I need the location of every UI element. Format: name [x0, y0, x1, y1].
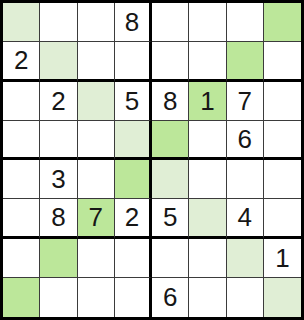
- cell-r7c1[interactable]: [3, 239, 40, 278]
- cell-r7c3[interactable]: [78, 239, 115, 278]
- cell-r4c1[interactable]: [3, 121, 40, 160]
- cell-r5c2[interactable]: 3: [40, 160, 77, 199]
- cell-r3c4[interactable]: 5: [115, 82, 152, 121]
- cell-r8c6[interactable]: [189, 278, 226, 317]
- cell-r4c2[interactable]: [40, 121, 77, 160]
- cell-r3c6[interactable]: 1: [189, 82, 226, 121]
- cell-r1c4[interactable]: 8: [115, 3, 152, 42]
- cell-r1c2[interactable]: [40, 3, 77, 42]
- cell-r3c7[interactable]: 7: [227, 82, 264, 121]
- cell-r6c6[interactable]: [189, 199, 226, 238]
- cell-r3c2[interactable]: 2: [40, 82, 77, 121]
- cell-r3c1[interactable]: [3, 82, 40, 121]
- cell-r6c8[interactable]: [264, 199, 301, 238]
- cell-r8c7[interactable]: [227, 278, 264, 317]
- cell-r1c5[interactable]: [152, 3, 189, 42]
- cell-r7c7[interactable]: [227, 239, 264, 278]
- cell-r2c1[interactable]: 2: [3, 42, 40, 81]
- cell-r2c4[interactable]: [115, 42, 152, 81]
- cell-r8c3[interactable]: [78, 278, 115, 317]
- cell-r8c5[interactable]: 6: [152, 278, 189, 317]
- cell-r5c7[interactable]: [227, 160, 264, 199]
- cell-r1c8[interactable]: [264, 3, 301, 42]
- cell-r5c1[interactable]: [3, 160, 40, 199]
- cell-r5c4[interactable]: [115, 160, 152, 199]
- cell-r4c6[interactable]: [189, 121, 226, 160]
- cell-r4c4[interactable]: [115, 121, 152, 160]
- cell-r8c2[interactable]: [40, 278, 77, 317]
- cell-r6c7[interactable]: 4: [227, 199, 264, 238]
- cell-r4c5[interactable]: [152, 121, 189, 160]
- cell-r8c1[interactable]: [3, 278, 40, 317]
- cell-r2c2[interactable]: [40, 42, 77, 81]
- cell-r2c7[interactable]: [227, 42, 264, 81]
- cell-r2c8[interactable]: [264, 42, 301, 81]
- cell-r7c2[interactable]: [40, 239, 77, 278]
- cell-r2c6[interactable]: [189, 42, 226, 81]
- cell-r1c3[interactable]: [78, 3, 115, 42]
- cell-r5c8[interactable]: [264, 160, 301, 199]
- cell-r8c8[interactable]: [264, 278, 301, 317]
- cell-r6c1[interactable]: [3, 199, 40, 238]
- cell-r5c5[interactable]: [152, 160, 189, 199]
- cell-r7c5[interactable]: [152, 239, 189, 278]
- cell-r4c7[interactable]: 6: [227, 121, 264, 160]
- cell-r6c5[interactable]: 5: [152, 199, 189, 238]
- cell-r5c3[interactable]: [78, 160, 115, 199]
- cell-r7c4[interactable]: [115, 239, 152, 278]
- cell-r6c2[interactable]: 8: [40, 199, 77, 238]
- cell-r1c6[interactable]: [189, 3, 226, 42]
- cell-r2c3[interactable]: [78, 42, 115, 81]
- cell-r6c4[interactable]: 2: [115, 199, 152, 238]
- cell-r3c8[interactable]: [264, 82, 301, 121]
- cell-r4c8[interactable]: [264, 121, 301, 160]
- cell-r8c4[interactable]: [115, 278, 152, 317]
- cell-r3c3[interactable]: [78, 82, 115, 121]
- cell-r5c6[interactable]: [189, 160, 226, 199]
- cell-r3c5[interactable]: 8: [152, 82, 189, 121]
- cell-r4c3[interactable]: [78, 121, 115, 160]
- sudoku-board: 8225817638725416: [0, 0, 304, 320]
- cell-r1c1[interactable]: [3, 3, 40, 42]
- cell-r6c3[interactable]: 7: [78, 199, 115, 238]
- cell-r7c8[interactable]: 1: [264, 239, 301, 278]
- cell-r7c6[interactable]: [189, 239, 226, 278]
- cell-r1c7[interactable]: [227, 3, 264, 42]
- cell-r2c5[interactable]: [152, 42, 189, 81]
